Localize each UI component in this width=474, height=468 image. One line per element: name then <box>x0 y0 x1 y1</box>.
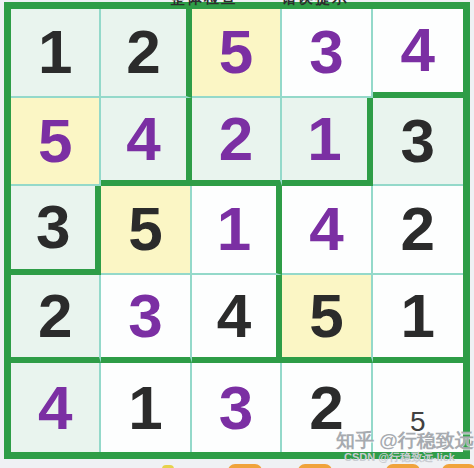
cell-value: 1 <box>401 285 435 347</box>
cell-r1c1[interactable]: 1 <box>11 9 101 98</box>
cell-r4c3[interactable]: 4 <box>192 275 282 364</box>
cell-value: 2 <box>126 21 160 83</box>
cell-r1c5[interactable]: 4 <box>373 9 463 98</box>
cell-value: 1 <box>217 198 251 260</box>
cell-value: 4 <box>126 108 160 170</box>
cell-value: 3 <box>128 285 162 347</box>
cell-r2c1[interactable]: 5 <box>11 98 101 187</box>
cell-r3c1[interactable]: 3 <box>11 186 101 275</box>
cell-r2c5[interactable]: 3 <box>373 98 463 187</box>
cell-r5c3[interactable]: 3 <box>192 363 282 452</box>
top-toolbar-cropped: 整体检查 错误提示 <box>0 0 474 6</box>
cell-value: 3 <box>219 377 253 439</box>
cell-r1c4[interactable]: 3 <box>282 9 372 98</box>
cell-r4c2[interactable]: 3 <box>101 275 191 364</box>
cell-r5c1[interactable]: 4 <box>11 363 101 452</box>
cell-value: 5 <box>309 285 343 347</box>
cell-value: 1 <box>128 377 162 439</box>
cell-r3c3[interactable]: 1 <box>192 186 282 275</box>
pad-number-button-2[interactable] <box>298 464 332 468</box>
cell-value: 5 <box>219 21 253 83</box>
cell-r3c2[interactable]: 5 <box>101 186 191 275</box>
pad-number-button-1[interactable] <box>228 464 262 468</box>
csdn-watermark: CSDN @行稳致远-lick <box>344 450 455 465</box>
cell-r2c2[interactable]: 4 <box>101 98 191 187</box>
cell-value: 3 <box>309 21 343 83</box>
toolbar-label-left[interactable]: 整体检查 <box>170 0 238 6</box>
cell-value: 3 <box>36 196 70 258</box>
cell-value: 2 <box>219 108 253 170</box>
cell-value: 4 <box>217 285 251 347</box>
cell-r1c3[interactable]: 5 <box>192 9 282 98</box>
cell-r3c5[interactable]: 2 <box>373 186 463 275</box>
cell-value: 3 <box>401 110 435 172</box>
cell-value: 5 <box>128 198 162 260</box>
cell-r4c4[interactable]: 5 <box>282 275 372 364</box>
cell-r5c2[interactable]: 1 <box>101 363 191 452</box>
cell-r2c3[interactable]: 2 <box>192 98 282 187</box>
cell-value: 4 <box>401 19 435 81</box>
sudoku-board: 1 2 5 3 4 5 4 2 1 3 <box>4 2 470 459</box>
cell-value: 1 <box>38 21 72 83</box>
cell-value: 1 <box>307 108 341 170</box>
cell-value: 2 <box>401 198 435 260</box>
toolbar-label-right[interactable]: 错误提示 <box>281 0 349 6</box>
puzzle-screenshot: 整体检查 错误提示 1 2 5 3 4 5 4 2 1 <box>0 0 474 468</box>
cell-r4c1[interactable]: 2 <box>11 275 101 364</box>
cell-value: 4 <box>38 377 72 439</box>
cell-value: 4 <box>309 198 343 260</box>
cell-r4c5[interactable]: 1 <box>373 275 463 364</box>
cell-r3c4[interactable]: 4 <box>282 186 372 275</box>
cell-r1c2[interactable]: 2 <box>101 9 191 98</box>
cell-r2c4[interactable]: 1 <box>282 98 372 187</box>
cell-value: 5 <box>38 110 72 172</box>
cell-value: 2 <box>38 285 72 347</box>
